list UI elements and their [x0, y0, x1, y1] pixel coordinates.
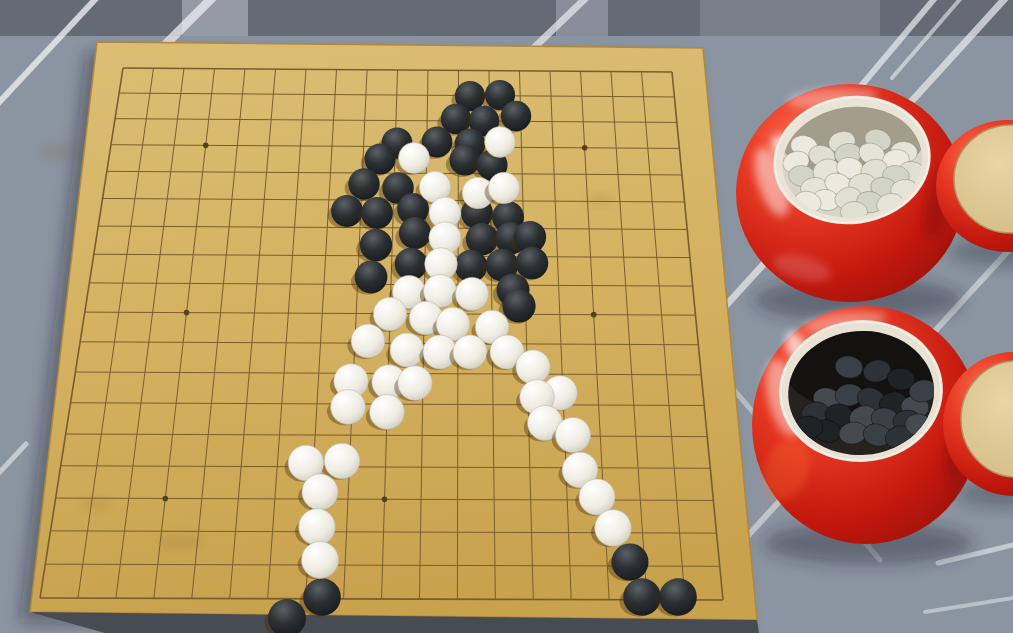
white-stone: [331, 390, 366, 425]
white-stone: [485, 127, 516, 158]
black-stone: [659, 578, 697, 616]
fabric-band-patch: [700, 0, 880, 36]
white-stone: [299, 509, 336, 546]
white-stone: [488, 172, 519, 203]
white-stone: [390, 333, 424, 367]
black-stone: [516, 247, 549, 280]
white-stone: [555, 417, 590, 452]
white-stone: [398, 142, 429, 173]
white-stone: [453, 335, 487, 369]
black-stone: [502, 289, 535, 322]
board-blotch: [40, 143, 84, 161]
go-photo-scene: [0, 0, 1013, 633]
white-stone: [516, 350, 550, 384]
star-point: [591, 312, 597, 318]
white-stone: [595, 510, 632, 547]
white-stone: [370, 395, 405, 430]
white-stone: [579, 479, 615, 515]
black-stone: [611, 543, 648, 580]
board-blotch: [156, 533, 204, 549]
black-stone: [501, 101, 531, 131]
black-stone: [331, 195, 363, 227]
scene-canvas: [0, 0, 1013, 633]
star-point: [203, 143, 209, 149]
star-point: [162, 496, 168, 502]
star-point: [184, 310, 190, 316]
black-stone: [361, 197, 393, 229]
board-blotch: [586, 194, 614, 206]
white-stone: [324, 443, 360, 479]
black-stone: [623, 578, 661, 616]
star-point: [382, 496, 388, 502]
white-stone: [351, 324, 385, 358]
black-stone: [360, 229, 392, 261]
board-blotch: [82, 498, 110, 510]
black-stone: [303, 578, 341, 616]
white-stone: [301, 541, 338, 578]
white-stone: [302, 474, 338, 510]
star-point: [582, 145, 588, 151]
black-stone: [355, 261, 388, 294]
white-stone: [398, 366, 432, 400]
white-stone: [373, 297, 406, 330]
black-stone: [348, 168, 379, 199]
white-stone: [455, 277, 488, 310]
